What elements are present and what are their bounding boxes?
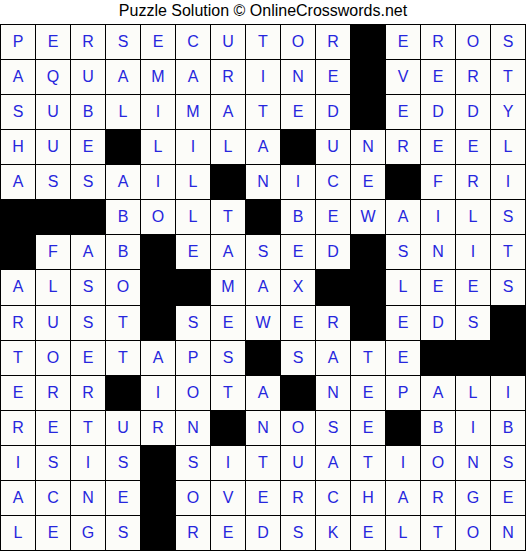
cell-r6c4: B <box>106 200 140 234</box>
cell-r13c1: I <box>1 446 35 480</box>
cell-r9c14: S <box>456 306 490 340</box>
cell-r6c11: W <box>351 200 385 234</box>
cell-r12c15: B <box>491 411 525 445</box>
cell-r10c9: S <box>281 341 315 375</box>
cell-r9c1: R <box>1 306 35 340</box>
cell-r3c13: D <box>421 95 455 129</box>
cell-r5c1: A <box>1 165 35 199</box>
cell-r7c2: F <box>36 235 70 269</box>
cell-r12c1: R <box>1 411 35 445</box>
cell-r4c15: L <box>491 130 525 164</box>
block-r10c8 <box>246 341 280 375</box>
cell-r3c14: D <box>456 95 490 129</box>
block-r6c1 <box>1 200 35 234</box>
cell-r15c6: R <box>176 516 210 550</box>
cell-r14c15: E <box>491 481 525 515</box>
cell-r3c6: M <box>176 95 210 129</box>
cell-r13c9: U <box>281 446 315 480</box>
cell-r1c8: T <box>246 25 280 59</box>
cell-r7c13: N <box>421 235 455 269</box>
cell-r6c7: T <box>211 200 245 234</box>
cell-r15c14: O <box>456 516 490 550</box>
cell-r15c13: T <box>421 516 455 550</box>
cell-r3c15: Y <box>491 95 525 129</box>
cell-r9c3: S <box>71 306 105 340</box>
cell-r5c8: N <box>246 165 280 199</box>
cell-r13c7: I <box>211 446 245 480</box>
block-r15c5 <box>141 516 175 550</box>
cell-r8c13: E <box>421 270 455 304</box>
page-title: Puzzle Solution © OnlineCrosswords.net <box>0 0 526 24</box>
block-r4c4 <box>106 130 140 164</box>
cell-r3c10: D <box>316 95 350 129</box>
cell-r13c4: S <box>106 446 140 480</box>
cell-r8c1: A <box>1 270 35 304</box>
cell-r11c13: A <box>421 376 455 410</box>
cell-r15c4: S <box>106 516 140 550</box>
cell-r12c6: N <box>176 411 210 445</box>
crossword-grid: PERSECUTOREROSAQUAMARINEVERTSUBLIMATEDED… <box>0 24 526 551</box>
cell-r1c4: S <box>106 25 140 59</box>
cell-r8c2: L <box>36 270 70 304</box>
cell-r1c1: P <box>1 25 35 59</box>
cell-r9c9: E <box>281 306 315 340</box>
cell-r2c14: R <box>456 60 490 94</box>
cell-r5c6: L <box>176 165 210 199</box>
cell-r15c10: K <box>316 516 350 550</box>
block-r7c1 <box>1 235 35 269</box>
cell-r13c3: I <box>71 446 105 480</box>
cell-r2c2: Q <box>36 60 70 94</box>
cell-r9c6: S <box>176 306 210 340</box>
cell-r3c2: U <box>36 95 70 129</box>
cell-r9c13: D <box>421 306 455 340</box>
cell-r15c3: G <box>71 516 105 550</box>
cell-r1c7: U <box>211 25 245 59</box>
cell-r12c2: E <box>36 411 70 445</box>
cell-r11c11: E <box>351 376 385 410</box>
cell-r8c4: O <box>106 270 140 304</box>
block-r12c7 <box>211 411 245 445</box>
cell-r2c4: A <box>106 60 140 94</box>
cell-r5c9: I <box>281 165 315 199</box>
cell-r14c11: H <box>351 481 385 515</box>
cell-r1c12: E <box>386 25 420 59</box>
cell-r8c9: X <box>281 270 315 304</box>
cell-r4c14: E <box>456 130 490 164</box>
cell-r13c12: I <box>386 446 420 480</box>
cell-r14c3: N <box>71 481 105 515</box>
block-r13c5 <box>141 446 175 480</box>
cell-r5c13: F <box>421 165 455 199</box>
block-r2c11 <box>351 60 385 94</box>
cell-r1c13: R <box>421 25 455 59</box>
cell-r9c12: E <box>386 306 420 340</box>
cell-r15c2: E <box>36 516 70 550</box>
block-r6c2 <box>36 200 70 234</box>
cell-r2c9: N <box>281 60 315 94</box>
cell-r6c9: B <box>281 200 315 234</box>
cell-r12c3: T <box>71 411 105 445</box>
cell-r9c8: W <box>246 306 280 340</box>
cell-r5c11: E <box>351 165 385 199</box>
block-r7c11 <box>351 235 385 269</box>
cell-r10c4: T <box>106 341 140 375</box>
cell-r12c9: O <box>281 411 315 445</box>
cell-r8c8: A <box>246 270 280 304</box>
cell-r7c9: E <box>281 235 315 269</box>
cell-r11c1: E <box>1 376 35 410</box>
cell-r14c13: R <box>421 481 455 515</box>
cell-r11c12: P <box>386 376 420 410</box>
block-r6c8 <box>246 200 280 234</box>
cell-r11c3: R <box>71 376 105 410</box>
cell-r4c11: N <box>351 130 385 164</box>
block-r5c7 <box>211 165 245 199</box>
cell-r9c4: T <box>106 306 140 340</box>
cell-r11c2: R <box>36 376 70 410</box>
cell-r2c12: V <box>386 60 420 94</box>
cell-r13c10: A <box>316 446 350 480</box>
cell-r3c5: I <box>141 95 175 129</box>
cell-r7c6: E <box>176 235 210 269</box>
cell-r1c5: E <box>141 25 175 59</box>
cell-r8c15: S <box>491 270 525 304</box>
cell-r7c8: S <box>246 235 280 269</box>
cell-r8c14: E <box>456 270 490 304</box>
cell-r11c7: T <box>211 376 245 410</box>
block-r3c11 <box>351 95 385 129</box>
cell-r4c7: L <box>211 130 245 164</box>
cell-r2c8: I <box>246 60 280 94</box>
cell-r12c13: B <box>421 411 455 445</box>
cell-r14c1: A <box>1 481 35 515</box>
cell-r1c3: R <box>71 25 105 59</box>
cell-r5c2: S <box>36 165 70 199</box>
cell-r5c5: I <box>141 165 175 199</box>
block-r9c5 <box>141 306 175 340</box>
cell-r6c12: A <box>386 200 420 234</box>
cell-r9c2: U <box>36 306 70 340</box>
block-r11c4 <box>106 376 140 410</box>
cell-r4c12: R <box>386 130 420 164</box>
cell-r3c3: B <box>71 95 105 129</box>
cell-r3c7: A <box>211 95 245 129</box>
cell-r14c8: E <box>246 481 280 515</box>
cell-r2c1: A <box>1 60 35 94</box>
cell-r12c14: I <box>456 411 490 445</box>
block-r8c10 <box>316 270 350 304</box>
cell-r10c10: A <box>316 341 350 375</box>
cell-r4c5: L <box>141 130 175 164</box>
cell-r7c7: A <box>211 235 245 269</box>
cell-r6c13: I <box>421 200 455 234</box>
cell-r7c15: T <box>491 235 525 269</box>
cell-r14c9: R <box>281 481 315 515</box>
cell-r3c12: E <box>386 95 420 129</box>
cell-r10c7: S <box>211 341 245 375</box>
cell-r4c2: U <box>36 130 70 164</box>
cell-r15c11: E <box>351 516 385 550</box>
cell-r6c6: L <box>176 200 210 234</box>
cell-r7c10: D <box>316 235 350 269</box>
cell-r5c14: R <box>456 165 490 199</box>
cell-r15c9: S <box>281 516 315 550</box>
cell-r7c3: A <box>71 235 105 269</box>
cell-r5c10: C <box>316 165 350 199</box>
cell-r14c7: V <box>211 481 245 515</box>
cell-r6c14: L <box>456 200 490 234</box>
cell-r10c6: P <box>176 341 210 375</box>
cell-r12c10: S <box>316 411 350 445</box>
cell-r12c4: U <box>106 411 140 445</box>
cell-r13c2: S <box>36 446 70 480</box>
cell-r13c13: O <box>421 446 455 480</box>
cell-r13c14: N <box>456 446 490 480</box>
cell-r4c13: E <box>421 130 455 164</box>
cell-r13c11: T <box>351 446 385 480</box>
cell-r3c1: S <box>1 95 35 129</box>
cell-r5c15: I <box>491 165 525 199</box>
cell-r14c10: C <box>316 481 350 515</box>
cell-r1c6: C <box>176 25 210 59</box>
block-r9c15 <box>491 306 525 340</box>
cell-r4c6: I <box>176 130 210 164</box>
block-r8c5 <box>141 270 175 304</box>
cell-r11c5: I <box>141 376 175 410</box>
block-r11c9 <box>281 376 315 410</box>
cell-r13c15: S <box>491 446 525 480</box>
cell-r2c13: E <box>421 60 455 94</box>
cell-r4c10: U <box>316 130 350 164</box>
cell-r4c8: A <box>246 130 280 164</box>
cell-r14c2: C <box>36 481 70 515</box>
cell-r6c15: S <box>491 200 525 234</box>
cell-r10c2: O <box>36 341 70 375</box>
block-r10c13 <box>421 341 455 375</box>
cell-r15c8: D <box>246 516 280 550</box>
cell-r2c6: A <box>176 60 210 94</box>
cell-r9c7: E <box>211 306 245 340</box>
cell-r10c12: E <box>386 341 420 375</box>
cell-r5c4: A <box>106 165 140 199</box>
cell-r10c1: T <box>1 341 35 375</box>
cell-r3c9: E <box>281 95 315 129</box>
cell-r1c15: S <box>491 25 525 59</box>
cell-r15c12: L <box>386 516 420 550</box>
cell-r11c8: A <box>246 376 280 410</box>
cell-r2c15: T <box>491 60 525 94</box>
cell-r15c1: L <box>1 516 35 550</box>
cell-r14c4: E <box>106 481 140 515</box>
block-r10c14 <box>456 341 490 375</box>
cell-r11c15: I <box>491 376 525 410</box>
cell-r10c3: E <box>71 341 105 375</box>
cell-r14c14: G <box>456 481 490 515</box>
cell-r6c10: E <box>316 200 350 234</box>
cell-r3c8: T <box>246 95 280 129</box>
cell-r7c12: S <box>386 235 420 269</box>
cell-r5c3: S <box>71 165 105 199</box>
cell-r9c10: R <box>316 306 350 340</box>
cell-r7c14: I <box>456 235 490 269</box>
cell-r8c12: L <box>386 270 420 304</box>
block-r5c12 <box>386 165 420 199</box>
block-r8c11 <box>351 270 385 304</box>
block-r6c3 <box>71 200 105 234</box>
cell-r11c6: O <box>176 376 210 410</box>
block-r4c9 <box>281 130 315 164</box>
cell-r4c1: H <box>1 130 35 164</box>
cell-r11c10: N <box>316 376 350 410</box>
cell-r12c11: E <box>351 411 385 445</box>
cell-r10c5: A <box>141 341 175 375</box>
cell-r11c14: L <box>456 376 490 410</box>
cell-r12c8: N <box>246 411 280 445</box>
cell-r1c14: O <box>456 25 490 59</box>
cell-r1c10: R <box>316 25 350 59</box>
cell-r7c4: B <box>106 235 140 269</box>
cell-r10c11: T <box>351 341 385 375</box>
cell-r14c6: O <box>176 481 210 515</box>
cell-r8c3: S <box>71 270 105 304</box>
cell-r2c3: U <box>71 60 105 94</box>
cell-r2c7: R <box>211 60 245 94</box>
cell-r13c8: T <box>246 446 280 480</box>
cell-r8c7: M <box>211 270 245 304</box>
cell-r4c3: E <box>71 130 105 164</box>
cell-r15c7: E <box>211 516 245 550</box>
cell-r2c10: E <box>316 60 350 94</box>
cell-r12c5: R <box>141 411 175 445</box>
block-r12c12 <box>386 411 420 445</box>
cell-r13c6: S <box>176 446 210 480</box>
block-r1c11 <box>351 25 385 59</box>
block-r7c5 <box>141 235 175 269</box>
cell-r14c12: A <box>386 481 420 515</box>
cell-r1c2: E <box>36 25 70 59</box>
block-r9c11 <box>351 306 385 340</box>
cell-r1c9: O <box>281 25 315 59</box>
cell-r6c5: O <box>141 200 175 234</box>
cell-r2c5: M <box>141 60 175 94</box>
cell-r3c4: L <box>106 95 140 129</box>
block-r14c5 <box>141 481 175 515</box>
puzzle-solution-page: Puzzle Solution © OnlineCrosswords.net P… <box>0 0 526 551</box>
cell-r15c15: N <box>491 516 525 550</box>
block-r10c15 <box>491 341 525 375</box>
block-r8c6 <box>176 270 210 304</box>
